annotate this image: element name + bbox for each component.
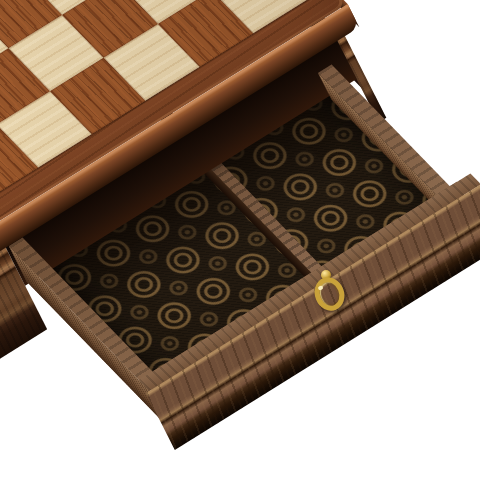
drawer-handle <box>308 268 344 312</box>
brass-ring-icon <box>310 273 350 315</box>
chess-table-scene <box>0 0 480 480</box>
